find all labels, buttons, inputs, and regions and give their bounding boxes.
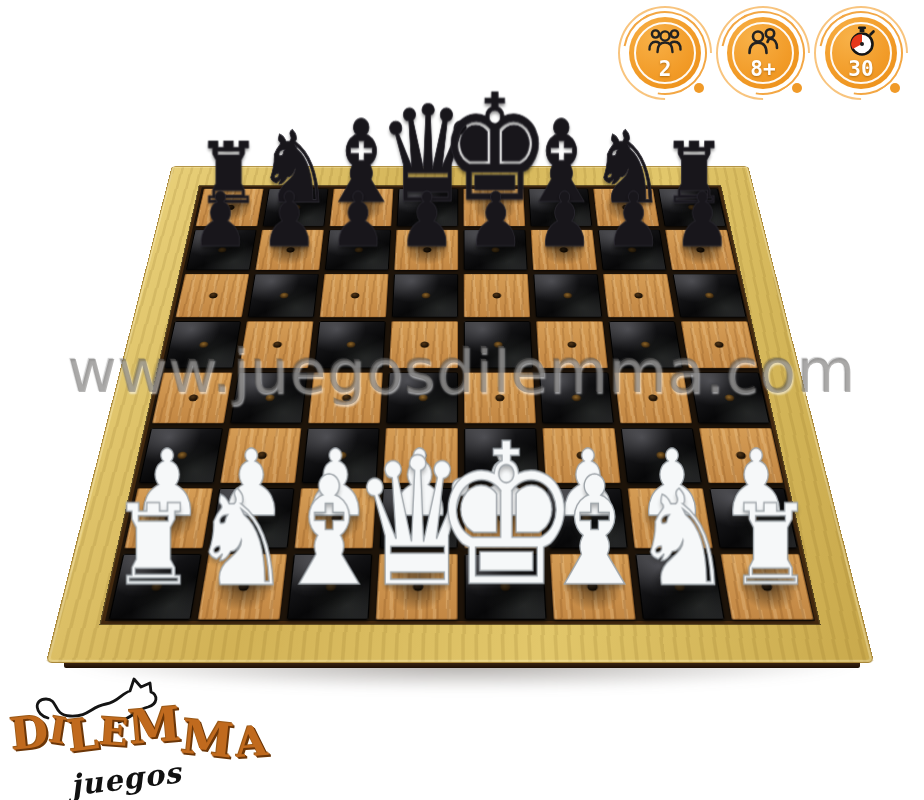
black-pawn: ♟ — [329, 182, 386, 257]
badge-dot — [694, 83, 704, 93]
brand-logo: DILEMMA juegos — [6, 670, 256, 800]
black-pawn: ♟ — [604, 182, 661, 257]
black-pawn: ♟ — [535, 182, 592, 257]
dark-tile — [533, 274, 602, 318]
square-f7: ♟ — [528, 228, 600, 272]
badge-dot — [890, 83, 900, 93]
product-photo: ♜♞♝♛♚♝♞♜♟♟♟♟♟♟♟♟♟♟♟♟♟♟♟♟♜♞♝♛♚♝♞♜ www.jue… — [0, 0, 924, 800]
light-tile — [603, 274, 674, 318]
square-b7: ♟ — [252, 228, 326, 272]
duration-minutes: 30 — [822, 57, 900, 81]
white-rook: ♜ — [110, 490, 195, 602]
stopwatch-icon — [843, 25, 879, 57]
brand-subtitle: juegos — [68, 755, 183, 800]
square-f6 — [530, 272, 605, 319]
peg-hole — [492, 292, 501, 298]
brand-letter: D — [7, 705, 50, 760]
square-a7: ♟ — [183, 228, 260, 272]
square-c6 — [317, 272, 392, 319]
square-a6 — [172, 272, 252, 319]
black-pawn: ♟ — [398, 182, 455, 257]
brand-letter: E — [98, 708, 130, 755]
square-e7: ♟ — [461, 228, 531, 272]
age-badge: 8+ — [724, 14, 802, 92]
brand-letter: A — [234, 717, 269, 767]
peg-hole — [350, 292, 359, 298]
peg-hole — [208, 292, 218, 298]
brand-name: DILEMMA — [10, 704, 268, 759]
brand-letter: L — [64, 707, 101, 761]
square-b6 — [244, 272, 321, 319]
white-rook: ♜ — [727, 490, 812, 602]
square-c7: ♟ — [322, 228, 394, 272]
dark-tile — [392, 274, 458, 318]
peg-hole — [279, 292, 288, 298]
peg-hole — [563, 292, 572, 298]
peg-hole — [704, 292, 714, 298]
light-tile — [175, 274, 249, 318]
square-d6 — [389, 272, 461, 319]
age-value: 8+ — [724, 57, 802, 81]
square-h6 — [670, 272, 750, 319]
players-icon — [646, 25, 684, 55]
black-pawn: ♟ — [673, 182, 730, 257]
square-g7: ♟ — [595, 228, 669, 272]
light-tile — [320, 274, 389, 318]
brand-letter: M — [178, 708, 235, 768]
info-badges: 2 8+ — [626, 14, 900, 92]
black-pawn: ♟ — [260, 182, 317, 257]
light-tile — [464, 274, 530, 318]
brand-letter: M — [126, 696, 183, 755]
peg-hole — [633, 292, 642, 298]
square-d7: ♟ — [391, 228, 461, 272]
peg-hole — [421, 292, 430, 298]
dark-tile — [673, 274, 747, 318]
chess-board-frame: ♜♞♝♛♚♝♞♜♟♟♟♟♟♟♟♟♟♟♟♟♟♟♟♟♜♞♝♛♚♝♞♜ — [46, 166, 875, 663]
players-badge: 2 — [626, 14, 704, 92]
white-king: ♚ — [431, 418, 580, 613]
age-icon — [744, 25, 782, 55]
square-e1: ♚ — [461, 551, 550, 623]
duration-badge: 30 — [822, 14, 900, 92]
square-g6 — [600, 272, 678, 319]
dark-tile — [248, 274, 319, 318]
players-count: 2 — [626, 57, 704, 81]
badge-dot — [792, 83, 802, 93]
black-pawn: ♟ — [467, 182, 524, 257]
square-e6 — [461, 272, 533, 319]
watermark-text: www.juegosdilemma.com — [68, 336, 857, 406]
square-h7: ♟ — [662, 228, 739, 272]
black-pawn: ♟ — [191, 182, 248, 257]
